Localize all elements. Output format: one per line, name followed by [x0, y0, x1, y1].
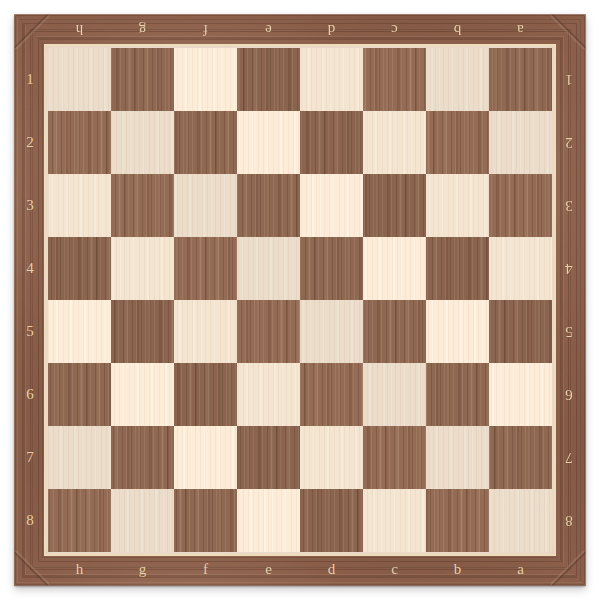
square-g1[interactable]: [111, 48, 174, 111]
square-d4[interactable]: [300, 237, 363, 300]
square-c2[interactable]: [363, 111, 426, 174]
square-c7[interactable]: [363, 426, 426, 489]
square-f2[interactable]: [174, 111, 237, 174]
square-h8[interactable]: [48, 489, 111, 552]
square-d7[interactable]: [300, 426, 363, 489]
square-b6[interactable]: [426, 363, 489, 426]
square-e5[interactable]: [237, 300, 300, 363]
square-h1[interactable]: [48, 48, 111, 111]
square-g2[interactable]: [111, 111, 174, 174]
square-g4[interactable]: [111, 237, 174, 300]
chessboard-photo: hgfedcba hgfedcba 12345678 12345678: [0, 0, 600, 600]
board-field: [46, 46, 554, 554]
square-e7[interactable]: [237, 426, 300, 489]
square-f4[interactable]: [174, 237, 237, 300]
square-b7[interactable]: [426, 426, 489, 489]
square-b8[interactable]: [426, 489, 489, 552]
square-g6[interactable]: [111, 363, 174, 426]
frame-rail-top: [14, 14, 586, 48]
square-b1[interactable]: [426, 48, 489, 111]
square-b3[interactable]: [426, 174, 489, 237]
square-b4[interactable]: [426, 237, 489, 300]
square-h7[interactable]: [48, 426, 111, 489]
square-d2[interactable]: [300, 111, 363, 174]
square-a5[interactable]: [489, 300, 552, 363]
square-a6[interactable]: [489, 363, 552, 426]
frame-rail-bottom: [14, 552, 586, 586]
square-a2[interactable]: [489, 111, 552, 174]
square-d3[interactable]: [300, 174, 363, 237]
square-c6[interactable]: [363, 363, 426, 426]
square-a7[interactable]: [489, 426, 552, 489]
square-h4[interactable]: [48, 237, 111, 300]
square-d6[interactable]: [300, 363, 363, 426]
square-f8[interactable]: [174, 489, 237, 552]
square-h2[interactable]: [48, 111, 111, 174]
frame-rail-left: [14, 14, 48, 586]
square-b5[interactable]: [426, 300, 489, 363]
square-f3[interactable]: [174, 174, 237, 237]
frame-rail-right: [552, 14, 586, 586]
square-c1[interactable]: [363, 48, 426, 111]
board-grid: [48, 48, 552, 552]
square-h6[interactable]: [48, 363, 111, 426]
square-e2[interactable]: [237, 111, 300, 174]
square-c4[interactable]: [363, 237, 426, 300]
square-d8[interactable]: [300, 489, 363, 552]
square-f7[interactable]: [174, 426, 237, 489]
square-d1[interactable]: [300, 48, 363, 111]
square-f6[interactable]: [174, 363, 237, 426]
square-c3[interactable]: [363, 174, 426, 237]
square-a3[interactable]: [489, 174, 552, 237]
square-d5[interactable]: [300, 300, 363, 363]
square-g8[interactable]: [111, 489, 174, 552]
square-g7[interactable]: [111, 426, 174, 489]
square-a4[interactable]: [489, 237, 552, 300]
square-a1[interactable]: [489, 48, 552, 111]
square-e3[interactable]: [237, 174, 300, 237]
square-a8[interactable]: [489, 489, 552, 552]
square-f1[interactable]: [174, 48, 237, 111]
square-h5[interactable]: [48, 300, 111, 363]
board-frame: hgfedcba hgfedcba 12345678 12345678: [14, 14, 586, 586]
square-e8[interactable]: [237, 489, 300, 552]
square-h3[interactable]: [48, 174, 111, 237]
square-e1[interactable]: [237, 48, 300, 111]
square-c8[interactable]: [363, 489, 426, 552]
square-e4[interactable]: [237, 237, 300, 300]
square-e6[interactable]: [237, 363, 300, 426]
square-b2[interactable]: [426, 111, 489, 174]
square-c5[interactable]: [363, 300, 426, 363]
square-g3[interactable]: [111, 174, 174, 237]
square-f5[interactable]: [174, 300, 237, 363]
square-g5[interactable]: [111, 300, 174, 363]
